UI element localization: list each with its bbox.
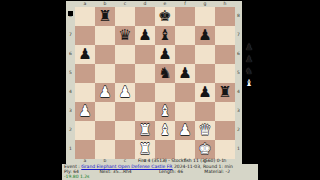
stat-length: Length: 46 xyxy=(159,169,203,174)
chessboard: ♜♚♛♟♝♟♟♟♞♟♟♟♟♜♟♝♜♝♟♛♜♚ xyxy=(75,7,235,159)
square-f6 xyxy=(175,45,195,64)
square-h8 xyxy=(215,7,235,26)
tray-white-bishop-icon: ♝ xyxy=(245,77,253,89)
square-e3: ♝ xyxy=(155,102,175,121)
square-h4: ♜ xyxy=(215,83,235,102)
square-f2: ♟ xyxy=(175,121,195,140)
square-d8 xyxy=(135,7,155,26)
square-b3 xyxy=(95,102,115,121)
square-e6: ♟ xyxy=(155,45,175,64)
piece-white-pawn: ♟ xyxy=(95,83,115,102)
square-b2 xyxy=(95,121,115,140)
rank-labels-left: 87654321 xyxy=(66,7,75,159)
square-f3 xyxy=(175,102,195,121)
stat-next-move: Next: 35...Rh4 xyxy=(99,169,157,174)
piece-black-pawn: ♟ xyxy=(135,26,155,45)
piece-white-rook: ♜ xyxy=(135,121,155,140)
piece-black-rook: ♜ xyxy=(215,83,235,102)
square-a7 xyxy=(75,26,95,45)
piece-black-bishop: ♝ xyxy=(155,26,175,45)
square-g3 xyxy=(195,102,215,121)
square-d3 xyxy=(135,102,155,121)
square-d2: ♜ xyxy=(135,121,155,140)
tray-black-knight-icon: ♞ xyxy=(245,65,253,77)
square-c1 xyxy=(115,140,135,159)
square-c3 xyxy=(115,102,135,121)
square-b8: ♜ xyxy=(95,7,115,26)
square-b7 xyxy=(95,26,115,45)
square-c5 xyxy=(115,64,135,83)
square-b4: ♟ xyxy=(95,83,115,102)
engine-eval-line: -19.80 1.2s xyxy=(62,174,258,179)
square-f7 xyxy=(175,26,195,45)
square-h1 xyxy=(215,140,235,159)
piece-black-pawn: ♟ xyxy=(195,26,215,45)
stat-material: Material: -2 xyxy=(204,169,230,174)
piece-black-king: ♚ xyxy=(155,7,175,26)
rank-labels-right: 87654321 xyxy=(235,7,242,159)
square-c4: ♟ xyxy=(115,83,135,102)
square-a8 xyxy=(75,7,95,26)
video-frame: { "game": "chess", "position": { "fen": … xyxy=(0,0,320,180)
square-h6 xyxy=(215,45,235,64)
square-e1 xyxy=(155,140,175,159)
square-b6 xyxy=(95,45,115,64)
piece-black-rook: ♜ xyxy=(95,7,115,26)
square-g8 xyxy=(195,7,215,26)
captured-material-tray: ♟♟♞♝ xyxy=(242,41,256,89)
piece-white-king: ♚ xyxy=(195,140,215,159)
square-d1: ♜ xyxy=(135,140,155,159)
square-g2: ♛ xyxy=(195,121,215,140)
piece-white-queen: ♛ xyxy=(195,121,215,140)
stats-row: Ply: 64 Next: 35...Rh4 Length: 46 Materi… xyxy=(62,169,258,174)
square-g4: ♟ xyxy=(195,83,215,102)
square-f4 xyxy=(175,83,195,102)
square-a6: ♟ xyxy=(75,45,95,64)
piece-white-pawn: ♟ xyxy=(115,83,135,102)
square-g1: ♚ xyxy=(195,140,215,159)
piece-white-bishop: ♝ xyxy=(155,121,175,140)
tray-black-pawn-icon: ♟ xyxy=(245,41,253,53)
square-d7: ♟ xyxy=(135,26,155,45)
square-c8 xyxy=(115,7,135,26)
piece-white-pawn: ♟ xyxy=(175,121,195,140)
game-info-panel: Event : Grand Elephant Open Defense Cast… xyxy=(62,164,258,180)
piece-black-knight: ♞ xyxy=(155,64,175,83)
square-f8 xyxy=(175,7,195,26)
square-e2: ♝ xyxy=(155,121,175,140)
square-a3: ♟ xyxy=(75,102,95,121)
square-a5 xyxy=(75,64,95,83)
square-g7: ♟ xyxy=(195,26,215,45)
square-b1 xyxy=(95,140,115,159)
square-g6 xyxy=(195,45,215,64)
square-d6 xyxy=(135,45,155,64)
square-b5 xyxy=(95,64,115,83)
square-d5 xyxy=(135,64,155,83)
square-e8: ♚ xyxy=(155,7,175,26)
square-e7: ♝ xyxy=(155,26,175,45)
square-c6 xyxy=(115,45,135,64)
square-c7: ♛ xyxy=(115,26,135,45)
square-h5 xyxy=(215,64,235,83)
square-a2 xyxy=(75,121,95,140)
piece-black-pawn: ♟ xyxy=(175,64,195,83)
square-e4 xyxy=(155,83,175,102)
square-a1 xyxy=(75,140,95,159)
square-g5 xyxy=(195,64,215,83)
piece-black-pawn: ♟ xyxy=(155,45,175,64)
piece-black-pawn: ♟ xyxy=(75,45,95,64)
tray-black-pawn-icon: ♟ xyxy=(245,53,253,65)
square-f5: ♟ xyxy=(175,64,195,83)
square-h7 xyxy=(215,26,235,45)
black-to-move-indicator xyxy=(68,11,73,16)
square-f1 xyxy=(175,140,195,159)
piece-black-pawn: ♟ xyxy=(195,83,215,102)
square-a4 xyxy=(75,83,95,102)
square-h2 xyxy=(215,121,235,140)
square-d4 xyxy=(135,83,155,102)
piece-white-pawn: ♟ xyxy=(75,102,95,121)
square-h3 xyxy=(215,102,235,121)
square-c2 xyxy=(115,121,135,140)
piece-white-rook: ♜ xyxy=(135,140,155,159)
piece-black-queen: ♛ xyxy=(115,26,135,45)
square-e5: ♞ xyxy=(155,64,175,83)
chessboard-frame: abcdefgh 87654321 87654321 abcdefgh ♜♚♛♟… xyxy=(66,1,242,164)
piece-white-bishop: ♝ xyxy=(155,102,175,121)
